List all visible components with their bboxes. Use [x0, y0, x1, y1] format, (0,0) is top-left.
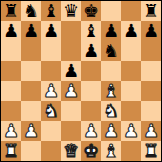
square-c7[interactable]: ♟: [41, 21, 61, 41]
square-e6[interactable]: ♟: [81, 41, 101, 61]
white-pawn-piece[interactable]: ♟: [103, 121, 119, 141]
black-pawn-piece[interactable]: ♟: [123, 21, 139, 41]
square-f7[interactable]: ♟: [101, 21, 121, 41]
square-c6[interactable]: [41, 41, 61, 61]
square-f8[interactable]: [101, 1, 121, 21]
square-h1[interactable]: ♜: [141, 141, 161, 161]
white-king-piece[interactable]: ♚: [83, 141, 99, 161]
black-bishop-piece[interactable]: ♝: [83, 21, 99, 41]
square-e5[interactable]: [81, 61, 101, 81]
square-c4[interactable]: ♟: [41, 81, 61, 101]
square-c5[interactable]: [41, 61, 61, 81]
black-pawn-piece[interactable]: ♟: [43, 21, 59, 41]
square-b5[interactable]: [21, 61, 41, 81]
square-g7[interactable]: ♟: [121, 21, 141, 41]
square-f4[interactable]: ♝: [101, 81, 121, 101]
white-pawn-piece[interactable]: ♟: [43, 81, 59, 101]
square-g8[interactable]: [121, 1, 141, 21]
white-rook-piece[interactable]: ♜: [3, 141, 19, 161]
square-d8[interactable]: ♛: [61, 1, 81, 21]
square-b4[interactable]: [21, 81, 41, 101]
square-b7[interactable]: ♟: [21, 21, 41, 41]
black-queen-piece[interactable]: ♛: [63, 1, 79, 21]
black-pawn-piece[interactable]: ♟: [143, 21, 159, 41]
black-pawn-piece[interactable]: ♟: [83, 41, 99, 61]
square-h8[interactable]: ♜: [141, 1, 161, 21]
black-knight-piece[interactable]: ♞: [23, 1, 39, 21]
chess-board: ♜♞♝♛♚♜♟♟♟♝♟♟♟♟♞♟♟♟♝♞♞♟♟♟♟♟♟♜♛♚♝♜: [0, 0, 162, 162]
square-c8[interactable]: ♝: [41, 1, 61, 21]
square-d2[interactable]: [61, 121, 81, 141]
square-f6[interactable]: ♞: [101, 41, 121, 61]
square-e2[interactable]: ♟: [81, 121, 101, 141]
white-pawn-piece[interactable]: ♟: [143, 121, 159, 141]
square-d7[interactable]: [61, 21, 81, 41]
white-pawn-piece[interactable]: ♟: [3, 121, 19, 141]
square-e7[interactable]: ♝: [81, 21, 101, 41]
square-g1[interactable]: [121, 141, 141, 161]
white-bishop-piece[interactable]: ♝: [103, 141, 119, 161]
square-a3[interactable]: [1, 101, 21, 121]
black-pawn-piece[interactable]: ♟: [63, 61, 79, 81]
black-knight-piece[interactable]: ♞: [103, 41, 119, 61]
square-a4[interactable]: [1, 81, 21, 101]
square-e8[interactable]: ♚: [81, 1, 101, 21]
white-pawn-piece[interactable]: ♟: [23, 121, 39, 141]
square-h7[interactable]: ♟: [141, 21, 161, 41]
square-a1[interactable]: ♜: [1, 141, 21, 161]
square-b6[interactable]: [21, 41, 41, 61]
white-knight-piece[interactable]: ♞: [103, 101, 119, 121]
white-knight-piece[interactable]: ♞: [43, 101, 59, 121]
square-g6[interactable]: [121, 41, 141, 61]
square-g4[interactable]: [121, 81, 141, 101]
square-a2[interactable]: ♟: [1, 121, 21, 141]
square-c1[interactable]: [41, 141, 61, 161]
square-g3[interactable]: [121, 101, 141, 121]
square-c3[interactable]: ♞: [41, 101, 61, 121]
square-e3[interactable]: [81, 101, 101, 121]
square-a5[interactable]: [1, 61, 21, 81]
white-queen-piece[interactable]: ♛: [63, 141, 79, 161]
black-bishop-piece[interactable]: ♝: [43, 1, 59, 21]
square-d4[interactable]: ♟: [61, 81, 81, 101]
black-pawn-piece[interactable]: ♟: [23, 21, 39, 41]
square-d3[interactable]: [61, 101, 81, 121]
square-d6[interactable]: [61, 41, 81, 61]
square-f1[interactable]: ♝: [101, 141, 121, 161]
square-b1[interactable]: [21, 141, 41, 161]
square-d5[interactable]: ♟: [61, 61, 81, 81]
square-c2[interactable]: [41, 121, 61, 141]
square-h2[interactable]: ♟: [141, 121, 161, 141]
square-f5[interactable]: [101, 61, 121, 81]
square-d1[interactable]: ♛: [61, 141, 81, 161]
square-a7[interactable]: ♟: [1, 21, 21, 41]
square-h4[interactable]: [141, 81, 161, 101]
white-bishop-piece[interactable]: ♝: [103, 81, 119, 101]
square-h6[interactable]: [141, 41, 161, 61]
square-g5[interactable]: [121, 61, 141, 81]
square-h5[interactable]: [141, 61, 161, 81]
square-h3[interactable]: [141, 101, 161, 121]
square-b2[interactable]: ♟: [21, 121, 41, 141]
square-a8[interactable]: ♜: [1, 1, 21, 21]
square-e4[interactable]: [81, 81, 101, 101]
white-rook-piece[interactable]: ♜: [143, 141, 159, 161]
black-king-piece[interactable]: ♚: [83, 1, 99, 21]
black-pawn-piece[interactable]: ♟: [103, 21, 119, 41]
black-rook-piece[interactable]: ♜: [3, 1, 19, 21]
square-e1[interactable]: ♚: [81, 141, 101, 161]
square-g2[interactable]: ♟: [121, 121, 141, 141]
white-pawn-piece[interactable]: ♟: [123, 121, 139, 141]
black-pawn-piece[interactable]: ♟: [3, 21, 19, 41]
white-pawn-piece[interactable]: ♟: [83, 121, 99, 141]
white-pawn-piece[interactable]: ♟: [63, 81, 79, 101]
square-b3[interactable]: [21, 101, 41, 121]
square-f3[interactable]: ♞: [101, 101, 121, 121]
square-a6[interactable]: [1, 41, 21, 61]
square-b8[interactable]: ♞: [21, 1, 41, 21]
square-f2[interactable]: ♟: [101, 121, 121, 141]
black-rook-piece[interactable]: ♜: [143, 1, 159, 21]
